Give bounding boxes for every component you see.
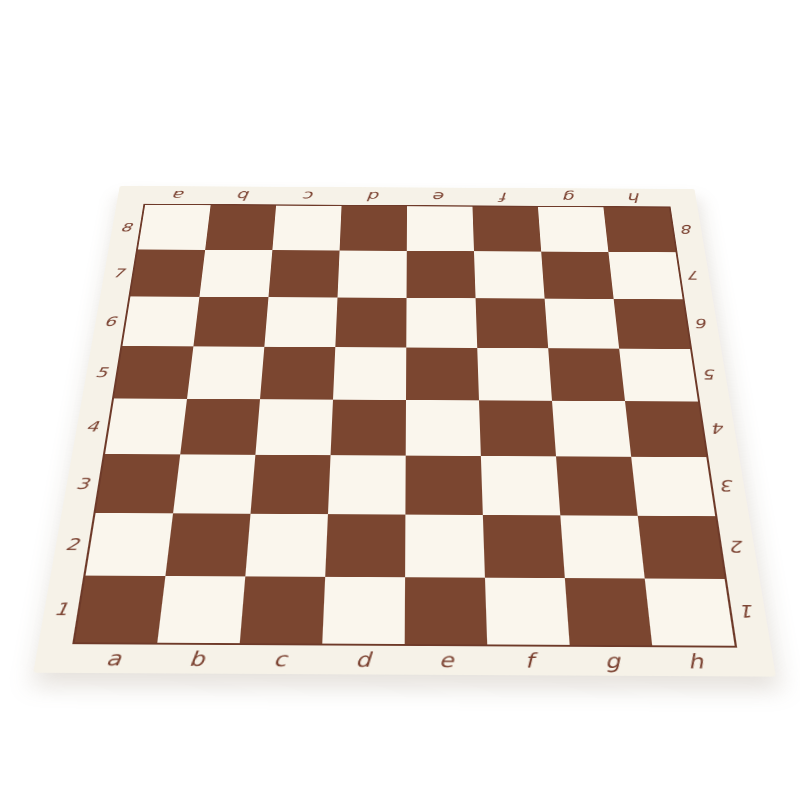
square-a1[interactable] xyxy=(75,576,166,643)
square-d2[interactable] xyxy=(325,514,405,577)
square-f4[interactable] xyxy=(479,400,556,456)
square-g2[interactable] xyxy=(560,515,644,578)
square-c3[interactable] xyxy=(251,455,331,514)
square-e3[interactable] xyxy=(405,456,482,515)
square-h2[interactable] xyxy=(638,516,725,579)
square-b5[interactable] xyxy=(187,346,264,399)
file-label-e-top: e xyxy=(407,187,472,205)
file-label-c-top: c xyxy=(276,187,342,205)
square-e1[interactable] xyxy=(405,577,487,644)
square-c8[interactable] xyxy=(272,206,341,251)
square-f7[interactable] xyxy=(474,251,545,298)
square-b1[interactable] xyxy=(157,576,245,643)
square-c1[interactable] xyxy=(240,576,325,643)
square-a3[interactable] xyxy=(96,454,181,513)
square-a5[interactable] xyxy=(114,346,193,399)
square-b8[interactable] xyxy=(205,205,276,250)
file-label-a-bottom: a xyxy=(70,644,157,673)
square-h5[interactable] xyxy=(619,349,698,402)
square-e4[interactable] xyxy=(406,400,481,456)
square-d8[interactable] xyxy=(340,206,407,251)
rank-label-7-right: 7 xyxy=(677,252,712,299)
square-c4[interactable] xyxy=(255,399,333,455)
file-label-c-bottom: c xyxy=(237,645,322,674)
square-e2[interactable] xyxy=(405,515,485,578)
square-g8[interactable] xyxy=(538,207,608,252)
file-label-a-top: a xyxy=(145,186,213,204)
square-c5[interactable] xyxy=(260,347,335,400)
square-c6[interactable] xyxy=(264,297,337,347)
file-label-b-bottom: b xyxy=(154,645,240,674)
square-f3[interactable] xyxy=(481,456,560,515)
square-d4[interactable] xyxy=(331,400,406,456)
file-label-e-bottom: e xyxy=(405,646,489,675)
square-f1[interactable] xyxy=(485,578,570,645)
file-labels-bottom: abcdefgh xyxy=(70,644,739,676)
square-d1[interactable] xyxy=(322,577,405,644)
square-d5[interactable] xyxy=(333,347,406,400)
file-label-g-top: g xyxy=(537,188,604,206)
square-b3[interactable] xyxy=(173,454,255,513)
square-g5[interactable] xyxy=(548,348,625,401)
square-e6[interactable] xyxy=(406,298,477,348)
square-f6[interactable] xyxy=(476,298,549,348)
square-c2[interactable] xyxy=(245,514,328,577)
square-d3[interactable] xyxy=(328,455,406,514)
square-a7[interactable] xyxy=(130,249,205,296)
square-e7[interactable] xyxy=(407,251,476,298)
square-g7[interactable] xyxy=(541,252,613,299)
square-h6[interactable] xyxy=(614,299,690,349)
square-h7[interactable] xyxy=(608,252,682,299)
square-a8[interactable] xyxy=(138,205,211,250)
square-b6[interactable] xyxy=(193,297,268,347)
photo-background: abcdefgh 87654321 87654321 abcdefgh xyxy=(0,0,800,800)
file-label-h-bottom: h xyxy=(652,647,739,676)
file-label-d-bottom: d xyxy=(321,645,405,674)
square-b7[interactable] xyxy=(199,250,272,297)
chessboard-mat: abcdefgh 87654321 87654321 abcdefgh xyxy=(33,186,776,677)
square-b2[interactable] xyxy=(165,513,250,576)
square-g6[interactable] xyxy=(545,299,620,349)
square-h4[interactable] xyxy=(625,401,706,457)
file-label-b-top: b xyxy=(211,186,278,204)
square-d7[interactable] xyxy=(338,251,407,298)
square-f5[interactable] xyxy=(477,348,552,401)
chessboard xyxy=(72,204,737,648)
square-g4[interactable] xyxy=(552,401,631,457)
square-a6[interactable] xyxy=(122,296,199,346)
square-d6[interactable] xyxy=(335,298,406,348)
square-e5[interactable] xyxy=(406,348,479,401)
file-label-f-top: f xyxy=(472,188,538,206)
square-h1[interactable] xyxy=(645,579,735,646)
file-label-d-top: d xyxy=(342,187,408,205)
square-b4[interactable] xyxy=(180,399,260,455)
square-f8[interactable] xyxy=(472,207,541,252)
square-e8[interactable] xyxy=(407,206,474,251)
square-h8[interactable] xyxy=(603,207,675,252)
rank-label-6-right: 6 xyxy=(685,299,722,349)
square-c7[interactable] xyxy=(268,250,339,297)
file-label-h-top: h xyxy=(601,188,668,206)
file-label-f-bottom: f xyxy=(487,646,572,675)
file-label-g-bottom: g xyxy=(570,647,656,676)
square-g3[interactable] xyxy=(556,456,638,515)
rank-label-8-right: 8 xyxy=(671,208,705,253)
square-a4[interactable] xyxy=(105,398,187,454)
square-f2[interactable] xyxy=(483,515,565,578)
square-h3[interactable] xyxy=(631,457,715,516)
square-a2[interactable] xyxy=(86,513,174,576)
square-g1[interactable] xyxy=(565,578,652,645)
